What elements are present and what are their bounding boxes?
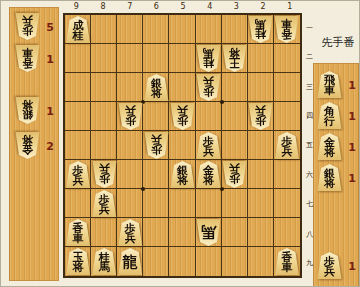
board-cell[interactable] bbox=[143, 218, 169, 247]
piece-label: 飛車 bbox=[324, 73, 335, 97]
piece-sente-promoted-rook[interactable]: 龍 bbox=[118, 248, 143, 275]
piece-body: 歩兵 bbox=[15, 13, 40, 40]
board-cell[interactable] bbox=[248, 218, 274, 247]
captured-count: 1 bbox=[43, 105, 57, 118]
piece-body: 香車 bbox=[274, 16, 299, 43]
piece-gote-king[interactable]: 王将 bbox=[222, 45, 247, 72]
captured-count: 1 bbox=[345, 79, 359, 92]
file-label: 4 bbox=[196, 2, 223, 12]
piece-body: 歩兵 bbox=[92, 190, 117, 217]
board-cell[interactable] bbox=[248, 44, 274, 73]
rank-label: 九 bbox=[304, 249, 315, 278]
piece-body: 金将 bbox=[196, 161, 221, 188]
piece-label: 歩兵 bbox=[151, 134, 162, 158]
board-cell[interactable] bbox=[169, 247, 195, 276]
board-cell[interactable] bbox=[169, 15, 195, 44]
piece-label: 銀将 bbox=[177, 163, 188, 187]
piece-label: 香車 bbox=[22, 47, 33, 71]
piece-sente-gold[interactable]: 金将 bbox=[196, 161, 221, 188]
board-cell[interactable] bbox=[274, 44, 300, 73]
piece-body: 歩兵 bbox=[118, 103, 143, 130]
piece-body: 銀将 bbox=[144, 74, 169, 101]
board-cell[interactable] bbox=[274, 218, 300, 247]
rank-label: 五 bbox=[304, 131, 315, 160]
piece-sente-lance[interactable]: 香車 bbox=[274, 248, 299, 275]
piece-body: 桂馬 bbox=[196, 45, 221, 72]
board-cell[interactable] bbox=[65, 131, 91, 160]
rank-label: 六 bbox=[304, 160, 315, 189]
piece-label: 龍 bbox=[123, 254, 138, 270]
piece-label: 金将 bbox=[22, 134, 33, 158]
captured-count: 1 bbox=[345, 110, 359, 123]
star-point bbox=[141, 187, 145, 191]
piece-body: 馬 bbox=[196, 219, 221, 246]
piece-body: 香車 bbox=[66, 219, 91, 246]
piece-label: 歩兵 bbox=[125, 105, 136, 129]
piece-label: 王将 bbox=[229, 47, 240, 71]
board-cell[interactable] bbox=[143, 247, 169, 276]
piece-body: 角行 bbox=[317, 102, 342, 129]
piece-gote-knight[interactable]: 桂馬 bbox=[196, 45, 221, 72]
board-cell[interactable] bbox=[91, 102, 117, 131]
board-cell[interactable] bbox=[91, 15, 117, 44]
board-cell[interactable] bbox=[117, 15, 143, 44]
board-cell[interactable] bbox=[91, 44, 117, 73]
board-cell[interactable] bbox=[248, 131, 274, 160]
piece-body: 歩兵 bbox=[118, 219, 143, 246]
piece-body: 銀将 bbox=[15, 97, 40, 124]
piece-label: 桂馬 bbox=[203, 47, 214, 71]
piece-sente-knight[interactable]: 桂馬 bbox=[92, 248, 117, 275]
piece-gote-pawn[interactable]: 歩兵 bbox=[248, 103, 273, 130]
piece-sente-gold[interactable]: 金将 bbox=[317, 133, 342, 160]
board-cell[interactable] bbox=[169, 218, 195, 247]
piece-gote-knight[interactable]: 桂馬 bbox=[248, 16, 273, 43]
captured-count: 5 bbox=[43, 21, 57, 34]
piece-sente-rook[interactable]: 飛車 bbox=[317, 71, 342, 98]
piece-gote-lance[interactable]: 香車 bbox=[15, 45, 40, 72]
board-cell[interactable] bbox=[248, 160, 274, 189]
shogi-board: 成桂桂馬香車桂馬王将銀将歩兵歩兵歩兵歩兵歩兵歩兵歩兵歩兵歩兵銀将金将歩兵歩兵香車… bbox=[63, 13, 302, 278]
rank-label: 四 bbox=[304, 101, 315, 130]
piece-label: 歩兵 bbox=[99, 192, 110, 216]
piece-label: 金将 bbox=[324, 135, 335, 159]
piece-body: 歩兵 bbox=[248, 103, 273, 130]
piece-gote-lance[interactable]: 香車 bbox=[274, 16, 299, 43]
piece-gote-pawn[interactable]: 歩兵 bbox=[170, 103, 195, 130]
piece-sente-silver[interactable]: 銀将 bbox=[144, 74, 169, 101]
piece-label: 歩兵 bbox=[324, 254, 335, 278]
piece-body: 歩兵 bbox=[196, 132, 221, 159]
file-label: 7 bbox=[116, 2, 143, 12]
piece-body: 王将 bbox=[222, 45, 247, 72]
piece-sente-pawn[interactable]: 歩兵 bbox=[196, 132, 221, 159]
piece-body: 銀将 bbox=[170, 161, 195, 188]
board-cell[interactable] bbox=[274, 160, 300, 189]
rank-label: 二 bbox=[304, 42, 315, 71]
piece-label: 歩兵 bbox=[203, 134, 214, 158]
file-label: 3 bbox=[223, 2, 250, 12]
board-cell[interactable] bbox=[143, 189, 169, 218]
piece-label: 歩兵 bbox=[229, 163, 240, 187]
piece-label: 歩兵 bbox=[99, 163, 110, 187]
piece-label: 馬 bbox=[201, 225, 216, 241]
piece-label: 銀将 bbox=[324, 166, 335, 190]
piece-label: 歩兵 bbox=[22, 15, 33, 39]
gote-captured-stand: 歩兵5香車1銀将1金将2 bbox=[9, 7, 59, 281]
piece-sente-king[interactable]: 玉将 bbox=[66, 248, 91, 275]
piece-body: 歩兵 bbox=[66, 161, 91, 188]
board-cell[interactable] bbox=[91, 131, 117, 160]
board-cell[interactable] bbox=[222, 15, 248, 44]
board-cell[interactable] bbox=[91, 218, 117, 247]
board-cell[interactable] bbox=[65, 189, 91, 218]
piece-body: 金将 bbox=[15, 132, 40, 159]
piece-gote-gold[interactable]: 金将 bbox=[15, 132, 40, 159]
file-labels: 987654321 bbox=[63, 2, 303, 12]
piece-label: 歩兵 bbox=[73, 163, 84, 187]
piece-gote-pawn[interactable]: 歩兵 bbox=[15, 13, 40, 40]
piece-body: 歩兵 bbox=[317, 252, 342, 279]
piece-gote-pawn[interactable]: 歩兵 bbox=[118, 103, 143, 130]
rank-label: 八 bbox=[304, 219, 315, 248]
piece-label: 歩兵 bbox=[203, 76, 214, 100]
file-label: 1 bbox=[276, 2, 303, 12]
board-cell[interactable] bbox=[143, 15, 169, 44]
piece-gote-pawn[interactable]: 歩兵 bbox=[196, 74, 221, 101]
file-label: 5 bbox=[170, 2, 197, 12]
board-cell[interactable] bbox=[196, 247, 222, 276]
turn-indicator: 先手番 bbox=[315, 35, 360, 50]
piece-body: 成桂 bbox=[66, 16, 91, 43]
board-cell[interactable] bbox=[169, 131, 195, 160]
board-cell[interactable] bbox=[143, 44, 169, 73]
board-cell[interactable] bbox=[117, 189, 143, 218]
piece-body: 金将 bbox=[317, 133, 342, 160]
board-cell[interactable] bbox=[65, 102, 91, 131]
piece-label: 桂馬 bbox=[255, 18, 266, 42]
rank-label: 七 bbox=[304, 190, 315, 219]
board-cell[interactable] bbox=[169, 189, 195, 218]
piece-sente-lance[interactable]: 香車 bbox=[66, 219, 91, 246]
piece-gote-pawn[interactable]: 歩兵 bbox=[144, 132, 169, 159]
piece-sente-pawn[interactable]: 歩兵 bbox=[66, 161, 91, 188]
piece-body: 香車 bbox=[15, 45, 40, 72]
piece-label: 香車 bbox=[281, 18, 292, 42]
captured-count: 1 bbox=[43, 53, 57, 66]
piece-body: 桂馬 bbox=[248, 16, 273, 43]
piece-body: 龍 bbox=[118, 248, 143, 275]
board-cell[interactable] bbox=[143, 102, 169, 131]
file-label: 8 bbox=[90, 2, 117, 12]
piece-sente-bishop[interactable]: 角行 bbox=[317, 102, 342, 129]
board-cell[interactable] bbox=[91, 73, 117, 102]
board-cell[interactable] bbox=[117, 73, 143, 102]
piece-body: 歩兵 bbox=[196, 74, 221, 101]
piece-gote-pawn[interactable]: 歩兵 bbox=[222, 161, 247, 188]
sente-captured-stand: 飛車1角行1金将1銀将1歩兵1 bbox=[313, 63, 359, 287]
piece-label: 銀将 bbox=[22, 99, 33, 123]
captured-count: 1 bbox=[345, 141, 359, 154]
board-cell[interactable] bbox=[222, 131, 248, 160]
piece-label: 角行 bbox=[324, 104, 335, 128]
file-label: 6 bbox=[143, 2, 170, 12]
board-cell[interactable] bbox=[196, 189, 222, 218]
board-grid bbox=[65, 15, 300, 276]
board-cell[interactable] bbox=[222, 218, 248, 247]
board-cell[interactable] bbox=[65, 44, 91, 73]
board-cell[interactable] bbox=[248, 189, 274, 218]
rank-label: 一 bbox=[304, 13, 315, 42]
piece-sente-pawn[interactable]: 歩兵 bbox=[92, 190, 117, 217]
board-cell[interactable] bbox=[274, 102, 300, 131]
piece-label: 玉将 bbox=[73, 250, 84, 274]
piece-sente-promoted-knight[interactable]: 成桂 bbox=[66, 16, 91, 43]
piece-body: 飛車 bbox=[317, 71, 342, 98]
piece-gote-silver[interactable]: 銀将 bbox=[15, 97, 40, 124]
piece-body: 歩兵 bbox=[92, 161, 117, 188]
rank-label: 三 bbox=[304, 72, 315, 101]
board-cell[interactable] bbox=[143, 160, 169, 189]
piece-gote-pawn[interactable]: 歩兵 bbox=[92, 161, 117, 188]
piece-sente-pawn[interactable]: 歩兵 bbox=[118, 219, 143, 246]
piece-label: 歩兵 bbox=[281, 134, 292, 158]
file-label: 9 bbox=[63, 2, 90, 12]
piece-label: 金将 bbox=[203, 163, 214, 187]
board-cell[interactable] bbox=[196, 15, 222, 44]
board-cell[interactable] bbox=[248, 247, 274, 276]
piece-body: 玉将 bbox=[66, 248, 91, 275]
rank-labels: 一二三四五六七八九 bbox=[304, 13, 315, 278]
board-cell[interactable] bbox=[169, 44, 195, 73]
board-cell[interactable] bbox=[274, 73, 300, 102]
piece-sente-silver[interactable]: 銀将 bbox=[170, 161, 195, 188]
piece-label: 歩兵 bbox=[177, 105, 188, 129]
captured-count: 1 bbox=[345, 260, 359, 273]
board-cell[interactable] bbox=[222, 102, 248, 131]
piece-body: 桂馬 bbox=[92, 248, 117, 275]
piece-sente-pawn[interactable]: 歩兵 bbox=[274, 132, 299, 159]
shogi-app: 歩兵5香車1銀将1金将2 先手番 飛車1角行1金将1銀将1歩兵1 9876543… bbox=[0, 0, 360, 287]
piece-body: 銀将 bbox=[317, 164, 342, 191]
piece-sente-pawn[interactable]: 歩兵 bbox=[317, 252, 342, 279]
piece-label: 成桂 bbox=[73, 18, 84, 42]
board-cell[interactable] bbox=[65, 73, 91, 102]
board-cell[interactable] bbox=[274, 189, 300, 218]
board-cell[interactable] bbox=[117, 44, 143, 73]
board-cell[interactable] bbox=[222, 73, 248, 102]
captured-count: 2 bbox=[43, 140, 57, 153]
board-cell[interactable] bbox=[248, 73, 274, 102]
piece-gote-promoted-bishop[interactable]: 馬 bbox=[196, 219, 221, 246]
file-label: 2 bbox=[250, 2, 277, 12]
piece-label: 歩兵 bbox=[255, 105, 266, 129]
board-cell[interactable] bbox=[222, 247, 248, 276]
piece-body: 歩兵 bbox=[144, 132, 169, 159]
piece-body: 歩兵 bbox=[274, 132, 299, 159]
board-cell[interactable] bbox=[117, 160, 143, 189]
piece-label: 香車 bbox=[73, 221, 84, 245]
piece-body: 歩兵 bbox=[170, 103, 195, 130]
piece-sente-silver[interactable]: 銀将 bbox=[317, 164, 342, 191]
piece-label: 桂馬 bbox=[99, 250, 110, 274]
piece-label: 銀将 bbox=[151, 76, 162, 100]
board-cell[interactable] bbox=[196, 102, 222, 131]
piece-label: 歩兵 bbox=[125, 221, 136, 245]
board-cell[interactable] bbox=[222, 189, 248, 218]
captured-count: 1 bbox=[345, 172, 359, 185]
piece-label: 香車 bbox=[281, 250, 292, 274]
board-cell[interactable] bbox=[117, 131, 143, 160]
piece-body: 歩兵 bbox=[222, 161, 247, 188]
board-cell[interactable] bbox=[169, 73, 195, 102]
piece-body: 香車 bbox=[274, 248, 299, 275]
